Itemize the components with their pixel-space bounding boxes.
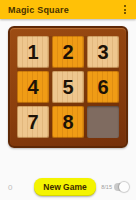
bottom-bar: 0 New Game 8/15 (0, 177, 136, 197)
tile-5[interactable]: 5 (52, 71, 84, 103)
puzzle-grid: 12345678 (17, 36, 119, 138)
tile-4[interactable]: 4 (17, 71, 49, 103)
tile-6[interactable]: 6 (87, 71, 119, 103)
move-counter: 0 (8, 183, 34, 192)
toggle-knob (119, 182, 129, 192)
tile-1[interactable]: 1 (17, 36, 49, 68)
tile-8[interactable]: 8 (52, 106, 84, 138)
app-bar: Magic Square (0, 0, 136, 19)
tile-7[interactable]: 7 (17, 106, 49, 138)
puzzle-board-frame: 12345678 (8, 26, 128, 148)
tile-2[interactable]: 2 (52, 36, 84, 68)
magic-square-app: Magic Square 12345678 0 New Game 8/15 (0, 0, 136, 148)
board-size-label: 8/15 (101, 184, 112, 190)
overflow-menu-icon[interactable] (122, 3, 128, 16)
main-content: 12345678 (0, 26, 136, 148)
tile-3[interactable]: 3 (87, 36, 119, 68)
page-title: Magic Square (8, 5, 122, 15)
new-game-button[interactable]: New Game (34, 178, 95, 196)
board-size-control: 8/15 (96, 183, 128, 191)
empty-cell (87, 106, 119, 138)
board-size-toggle[interactable] (114, 183, 128, 191)
